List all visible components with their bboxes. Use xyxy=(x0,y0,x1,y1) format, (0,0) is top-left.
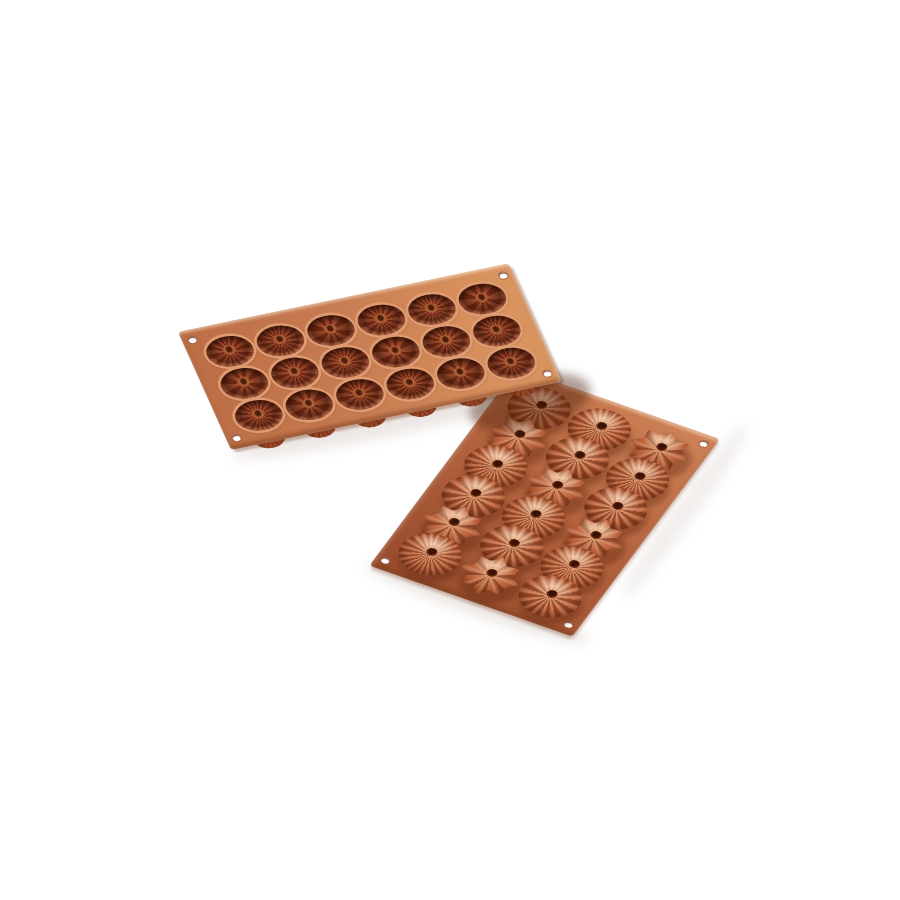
mold-cavity xyxy=(315,343,374,381)
mold-cavity xyxy=(200,332,259,370)
mold-cavity xyxy=(214,364,273,402)
mold-cavity xyxy=(279,385,338,423)
mold-cavity xyxy=(431,354,490,392)
mold-cavity xyxy=(452,279,511,317)
mold-cavity xyxy=(481,343,540,381)
mold-cavity xyxy=(416,322,475,360)
mold-cavity xyxy=(250,321,309,359)
mold-cavity xyxy=(467,311,526,349)
mold-cavity xyxy=(366,332,425,370)
mold-cavity xyxy=(265,353,324,391)
mold-cavity xyxy=(402,290,461,328)
mold-cavity xyxy=(351,300,410,338)
mold-cavity xyxy=(330,375,389,413)
mold-cavity xyxy=(380,364,439,402)
product-photo-stage xyxy=(0,0,900,900)
mold-cavity xyxy=(301,311,360,349)
mold-cavity xyxy=(229,396,288,434)
